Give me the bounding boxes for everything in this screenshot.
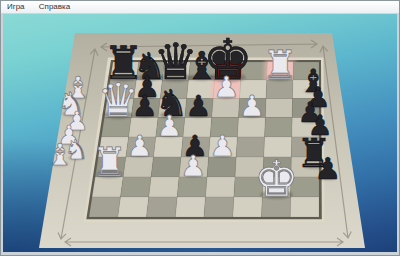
piece-white-pawn-c5[interactable]: ♟ [157, 109, 183, 143]
square-d1[interactable] [175, 197, 205, 217]
window-border-left [1, 1, 3, 255]
window-border-bottom [1, 252, 399, 255]
captured-white-bishop: ♝ [47, 137, 74, 172]
square-c1[interactable] [147, 197, 178, 217]
piece-white-rook-g8[interactable]: ♜ [262, 42, 298, 88]
window-border-right [397, 1, 399, 255]
piece-white-pawn-e7[interactable]: ♟ [214, 70, 240, 104]
square-e1[interactable] [204, 197, 234, 217]
square-c2[interactable] [149, 177, 179, 197]
piece-black-pawn-b6[interactable]: ♟ [132, 89, 158, 123]
chess-titans-window: Игра Справка ♜♞♛♝♚♜♟♟♛♟♞♟♟♟♟♟♟♜♟♚♝♞♟♟♞♝♝… [0, 0, 400, 256]
piece-white-pawn-f6[interactable]: ♟ [239, 89, 265, 123]
square-b1[interactable] [118, 197, 149, 217]
square-g6[interactable] [265, 99, 292, 118]
menu-bar: Игра Справка [1, 1, 399, 14]
square-c3[interactable] [151, 157, 181, 177]
piece-white-king-g2[interactable]: ♚ [254, 150, 299, 208]
piece-white-pawn-b4[interactable]: ♟ [127, 129, 153, 163]
piece-white-pawn-d3[interactable]: ♟ [180, 149, 206, 183]
captured-black-pawn: ♟ [315, 151, 342, 186]
piece-black-pawn-d6[interactable]: ♟ [185, 89, 211, 123]
menu-help[interactable]: Справка [39, 2, 70, 11]
square-e2[interactable] [206, 177, 236, 197]
piece-white-pawn-e4[interactable]: ♟ [210, 129, 236, 163]
square-g5[interactable] [265, 118, 293, 138]
square-a1[interactable] [89, 197, 121, 217]
menu-game[interactable]: Игра [7, 2, 25, 11]
board-3d-view[interactable]: ♜♞♛♝♚♜♟♟♛♟♞♟♟♟♟♟♟♜♟♚♝♞♟♟♞♝♝♟♟♟♜♟ [1, 1, 400, 256]
piece-white-rook-a3[interactable]: ♜ [91, 139, 127, 185]
